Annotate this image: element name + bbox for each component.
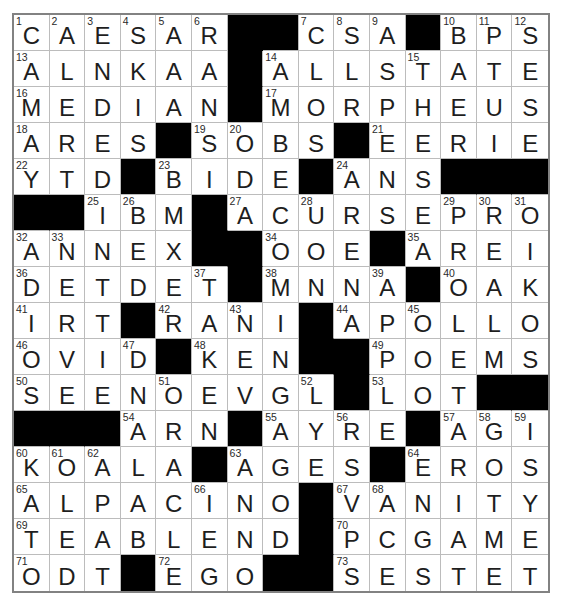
- cell-letter: S: [512, 456, 548, 480]
- grid-cell[interactable]: E: [121, 231, 157, 267]
- grid-cell[interactable]: S: [370, 195, 406, 231]
- grid-cell[interactable]: 25I: [85, 195, 121, 231]
- black-cell: [121, 159, 157, 195]
- grid-cell[interactable]: T: [441, 375, 477, 411]
- black-cell: [299, 303, 335, 339]
- grid-cell[interactable]: R: [50, 303, 86, 339]
- grid-cell[interactable]: 34O: [263, 231, 299, 267]
- grid-cell[interactable]: S: [406, 159, 442, 195]
- cell-letter: M: [477, 528, 512, 552]
- black-cell: [441, 159, 477, 195]
- black-cell: [334, 375, 370, 411]
- grid-cell[interactable]: E: [512, 123, 548, 159]
- clue-number: 68: [372, 484, 384, 496]
- grid-cell[interactable]: S: [512, 87, 548, 123]
- grid-cell[interactable]: 33N: [50, 231, 86, 267]
- cell-letter: D: [228, 168, 263, 192]
- grid-cell[interactable]: N: [228, 483, 264, 519]
- cell-letter: D: [263, 528, 298, 552]
- grid-cell[interactable]: D: [121, 267, 157, 303]
- grid-cell[interactable]: 19S: [192, 123, 228, 159]
- grid-cell[interactable]: 29P: [441, 195, 477, 231]
- grid-cell[interactable]: A: [477, 267, 513, 303]
- grid-cell[interactable]: 41I: [14, 303, 50, 339]
- grid-cell[interactable]: 63A: [228, 447, 264, 483]
- clue-number: 70: [336, 520, 348, 532]
- grid-cell[interactable]: L: [156, 519, 192, 555]
- grid-cell[interactable]: A: [156, 87, 192, 123]
- grid-cell[interactable]: E: [512, 51, 548, 87]
- clue-number: 21: [372, 124, 384, 136]
- cell-letter: O: [441, 276, 476, 300]
- grid-cell[interactable]: N: [85, 231, 121, 267]
- grid-cell[interactable]: D: [228, 159, 264, 195]
- cell-letter: D: [85, 96, 120, 120]
- clue-number: 39: [372, 268, 384, 280]
- grid-cell[interactable]: 36D: [14, 267, 50, 303]
- grid-cell[interactable]: 65A: [14, 483, 50, 519]
- grid-cell[interactable]: 7C: [299, 15, 335, 51]
- grid-cell[interactable]: A: [156, 51, 192, 87]
- grid-cell[interactable]: 30R: [477, 195, 513, 231]
- grid-cell[interactable]: E: [441, 339, 477, 375]
- grid-cell[interactable]: E: [50, 87, 86, 123]
- cell-letter: I: [85, 348, 120, 372]
- clue-number: 12: [514, 16, 526, 28]
- grid-cell[interactable]: O: [477, 447, 513, 483]
- grid-cell[interactable]: E: [370, 411, 406, 447]
- clue-number: 65: [16, 484, 28, 496]
- cell-letter: N: [85, 60, 120, 84]
- grid-cell[interactable]: N: [334, 267, 370, 303]
- grid-cell[interactable]: 38M: [263, 267, 299, 303]
- grid-cell[interactable]: E: [156, 267, 192, 303]
- grid-cell[interactable]: Y: [512, 483, 548, 519]
- clue-number: 37: [194, 268, 206, 280]
- grid-cell[interactable]: R: [50, 123, 86, 159]
- cell-letter: T: [50, 168, 85, 192]
- cell-letter: A: [156, 96, 191, 120]
- grid-cell[interactable]: M: [477, 519, 513, 555]
- grid-cell[interactable]: E: [299, 447, 335, 483]
- cell-letter: L: [299, 60, 334, 84]
- grid-cell[interactable]: B: [121, 519, 157, 555]
- cell-letter: R: [441, 456, 476, 480]
- cell-letter: R: [156, 312, 191, 336]
- grid-cell[interactable]: C: [370, 519, 406, 555]
- grid-cell[interactable]: A: [121, 483, 157, 519]
- grid-cell[interactable]: 64E: [406, 447, 442, 483]
- cell-letter: Y: [14, 168, 49, 192]
- grid-cell[interactable]: 53L: [370, 375, 406, 411]
- grid-cell[interactable]: E: [334, 231, 370, 267]
- grid-cell[interactable]: 47D: [121, 339, 157, 375]
- grid-cell[interactable]: L: [50, 483, 86, 519]
- clue-number: 49: [372, 340, 384, 352]
- grid-cell[interactable]: I: [441, 483, 477, 519]
- grid-cell[interactable]: 32A: [14, 231, 50, 267]
- grid-cell[interactable]: 51O: [156, 375, 192, 411]
- grid-cell[interactable]: 31O: [512, 195, 548, 231]
- cell-letter: A: [228, 204, 263, 228]
- grid-cell[interactable]: I: [477, 123, 513, 159]
- grid-cell[interactable]: A: [441, 51, 477, 87]
- grid-cell[interactable]: D: [85, 87, 121, 123]
- grid-cell[interactable]: T: [85, 303, 121, 339]
- cell-letter: B: [121, 204, 156, 228]
- clue-number: 53: [372, 376, 384, 388]
- black-cell: [512, 159, 548, 195]
- grid-cell[interactable]: G: [192, 555, 228, 591]
- grid-cell[interactable]: E: [477, 555, 513, 591]
- grid-cell[interactable]: 71O: [14, 555, 50, 591]
- cell-letter: P: [370, 348, 405, 372]
- grid-cell[interactable]: S: [370, 51, 406, 87]
- grid-cell[interactable]: L: [477, 303, 513, 339]
- grid-cell[interactable]: I: [192, 159, 228, 195]
- grid-cell[interactable]: 55A: [263, 411, 299, 447]
- cell-letter: R: [334, 96, 369, 120]
- grid-cell[interactable]: N: [299, 267, 335, 303]
- cell-letter: A: [121, 420, 156, 444]
- grid-cell[interactable]: R: [334, 195, 370, 231]
- grid-cell[interactable]: R: [334, 87, 370, 123]
- grid-cell[interactable]: 14A: [263, 51, 299, 87]
- cell-letter: T: [192, 276, 227, 300]
- grid-cell[interactable]: 8S: [334, 15, 370, 51]
- grid-cell[interactable]: E: [406, 123, 442, 159]
- grid-cell[interactable]: E: [192, 375, 228, 411]
- grid-cell[interactable]: I: [121, 87, 157, 123]
- grid-cell[interactable]: N: [85, 51, 121, 87]
- grid-cell[interactable]: O: [228, 555, 264, 591]
- clue-number: 14: [265, 52, 277, 64]
- grid-cell[interactable]: L: [334, 51, 370, 87]
- grid-cell[interactable]: 40O: [441, 267, 477, 303]
- grid-cell[interactable]: T: [512, 555, 548, 591]
- cell-letter: E: [477, 240, 512, 264]
- grid-cell[interactable]: O: [263, 483, 299, 519]
- cell-letter: G: [406, 528, 441, 552]
- grid-cell[interactable]: 48K: [192, 339, 228, 375]
- grid-cell[interactable]: 21E: [370, 123, 406, 159]
- clue-number: 20: [230, 124, 242, 136]
- grid-cell[interactable]: 2A: [50, 15, 86, 51]
- cell-letter: A: [334, 168, 369, 192]
- cell-letter: N: [406, 492, 441, 516]
- grid-cell[interactable]: 4S: [121, 15, 157, 51]
- grid-cell[interactable]: A: [192, 51, 228, 87]
- grid-cell[interactable]: E: [85, 375, 121, 411]
- grid-cell[interactable]: 13A: [14, 51, 50, 87]
- grid-cell[interactable]: R: [156, 411, 192, 447]
- clue-number: 6: [194, 16, 200, 28]
- grid-cell[interactable]: 54A: [121, 411, 157, 447]
- clue-number: 61: [52, 448, 64, 460]
- grid-cell[interactable]: E: [85, 123, 121, 159]
- grid-cell[interactable]: T: [50, 159, 86, 195]
- cell-letter: E: [50, 528, 85, 552]
- grid-cell[interactable]: A: [156, 447, 192, 483]
- grid-cell[interactable]: E: [228, 339, 264, 375]
- grid-cell[interactable]: 37T: [192, 267, 228, 303]
- cell-letter: A: [85, 528, 120, 552]
- grid-cell[interactable]: T: [477, 51, 513, 87]
- grid-cell[interactable]: A: [85, 519, 121, 555]
- grid-cell[interactable]: S: [512, 339, 548, 375]
- grid-cell[interactable]: N: [192, 411, 228, 447]
- grid-cell[interactable]: 68A: [370, 483, 406, 519]
- grid-cell[interactable]: N: [121, 375, 157, 411]
- grid-cell[interactable]: A: [441, 519, 477, 555]
- clue-number: 31: [514, 196, 526, 208]
- grid-cell[interactable]: 45O: [406, 303, 442, 339]
- clue-number: 57: [443, 412, 455, 424]
- cell-letter: I: [441, 492, 476, 516]
- grid-cell[interactable]: 26B: [121, 195, 157, 231]
- grid-cell[interactable]: L: [299, 51, 335, 87]
- grid-cell[interactable]: 11P: [477, 15, 513, 51]
- grid-cell[interactable]: 69T: [14, 519, 50, 555]
- black-cell: [406, 15, 442, 51]
- grid-cell[interactable]: 22Y: [14, 159, 50, 195]
- grid-cell[interactable]: I: [263, 303, 299, 339]
- grid-cell[interactable]: 42R: [156, 303, 192, 339]
- grid-cell[interactable]: E: [192, 519, 228, 555]
- grid-cell[interactable]: 6R: [192, 15, 228, 51]
- grid-cell[interactable]: T: [441, 555, 477, 591]
- black-cell: [121, 303, 157, 339]
- grid-cell[interactable]: O: [299, 87, 335, 123]
- cell-letter: I: [192, 492, 227, 516]
- grid-cell[interactable]: G: [406, 519, 442, 555]
- cell-letter: E: [192, 528, 227, 552]
- clue-number: 17: [265, 88, 277, 100]
- grid-cell[interactable]: 10B: [441, 15, 477, 51]
- clue-number: 69: [16, 520, 28, 532]
- grid-cell[interactable]: 52L: [299, 375, 335, 411]
- grid-cell[interactable]: 73S: [334, 555, 370, 591]
- grid-cell[interactable]: M: [477, 339, 513, 375]
- grid-cell[interactable]: H: [406, 87, 442, 123]
- grid-cell[interactable]: T: [477, 483, 513, 519]
- grid-cell[interactable]: 35A: [406, 231, 442, 267]
- grid-cell[interactable]: 5A: [156, 15, 192, 51]
- grid-cell[interactable]: P: [370, 303, 406, 339]
- grid-cell[interactable]: B: [263, 123, 299, 159]
- grid-cell[interactable]: 72E: [156, 555, 192, 591]
- grid-cell[interactable]: N: [228, 519, 264, 555]
- grid-cell[interactable]: K: [121, 51, 157, 87]
- cell-letter: E: [370, 565, 405, 589]
- grid-cell[interactable]: 59I: [512, 411, 548, 447]
- grid-cell[interactable]: V: [228, 375, 264, 411]
- cell-letter: E: [370, 132, 405, 156]
- cell-letter: I: [263, 312, 298, 336]
- grid-cell[interactable]: 1C: [14, 15, 50, 51]
- grid-cell[interactable]: N: [370, 159, 406, 195]
- grid-cell[interactable]: S: [121, 123, 157, 159]
- grid-cell[interactable]: P: [85, 483, 121, 519]
- cell-letter: O: [406, 384, 441, 408]
- grid-cell[interactable]: I: [85, 339, 121, 375]
- cell-letter: U: [299, 204, 334, 228]
- clue-number: 46: [16, 340, 28, 352]
- grid-cell[interactable]: 44A: [334, 303, 370, 339]
- grid-cell[interactable]: E: [263, 159, 299, 195]
- cell-letter: M: [14, 96, 49, 120]
- grid-cell[interactable]: D: [85, 159, 121, 195]
- black-cell: [156, 123, 192, 159]
- grid-cell[interactable]: 39A: [370, 267, 406, 303]
- grid-cell[interactable]: E: [477, 231, 513, 267]
- grid-cell[interactable]: S: [334, 447, 370, 483]
- grid-cell[interactable]: O: [299, 231, 335, 267]
- cell-letter: E: [228, 348, 263, 372]
- cell-letter: L: [441, 312, 476, 336]
- clue-number: 24: [336, 160, 348, 172]
- grid-cell[interactable]: E: [441, 87, 477, 123]
- grid-cell[interactable]: E: [406, 195, 442, 231]
- grid-cell[interactable]: N: [192, 87, 228, 123]
- cell-letter: R: [334, 420, 369, 444]
- grid-cell[interactable]: A: [192, 303, 228, 339]
- black-cell: [334, 123, 370, 159]
- cell-letter: A: [263, 60, 298, 84]
- clue-number: 2: [52, 16, 58, 28]
- cell-letter: S: [370, 60, 405, 84]
- cell-letter: G: [263, 384, 298, 408]
- grid-cell[interactable]: V: [50, 339, 86, 375]
- cell-letter: L: [50, 60, 85, 84]
- grid-cell[interactable]: 60K: [14, 447, 50, 483]
- grid-cell[interactable]: 17M: [263, 87, 299, 123]
- cell-letter: E: [477, 565, 512, 589]
- cell-letter: E: [50, 96, 85, 120]
- clue-number: 10: [443, 16, 455, 28]
- grid-cell[interactable]: G: [263, 375, 299, 411]
- grid-cell[interactable]: E: [50, 375, 86, 411]
- grid-cell[interactable]: D: [50, 555, 86, 591]
- grid-cell[interactable]: 50S: [14, 375, 50, 411]
- grid-cell[interactable]: D: [263, 519, 299, 555]
- grid-cell[interactable]: 43N: [228, 303, 264, 339]
- grid-cell[interactable]: L: [121, 447, 157, 483]
- grid-cell[interactable]: 57A: [441, 411, 477, 447]
- cell-letter: K: [121, 60, 156, 84]
- grid-cell[interactable]: L: [441, 303, 477, 339]
- grid-cell[interactable]: 67V: [334, 483, 370, 519]
- grid-cell[interactable]: E: [50, 519, 86, 555]
- grid-cell[interactable]: T: [85, 267, 121, 303]
- grid-cell[interactable]: 18A: [14, 123, 50, 159]
- grid-cell[interactable]: E: [370, 555, 406, 591]
- clue-number: 66: [194, 484, 206, 496]
- grid-cell[interactable]: N: [263, 339, 299, 375]
- grid-cell[interactable]: L: [50, 51, 86, 87]
- grid-cell[interactable]: O: [406, 339, 442, 375]
- grid-cell[interactable]: 15T: [406, 51, 442, 87]
- cell-letter: N: [50, 240, 85, 264]
- cell-letter: T: [512, 565, 548, 589]
- grid-cell[interactable]: 16M: [14, 87, 50, 123]
- cell-letter: D: [121, 348, 156, 372]
- grid-cell[interactable]: 70P: [334, 519, 370, 555]
- grid-cell[interactable]: 23B: [156, 159, 192, 195]
- grid-cell[interactable]: K: [512, 267, 548, 303]
- grid-cell[interactable]: Y: [299, 411, 335, 447]
- grid-cell[interactable]: N: [406, 483, 442, 519]
- grid-cell[interactable]: 3E: [85, 15, 121, 51]
- grid-cell[interactable]: S: [299, 123, 335, 159]
- cell-letter: A: [370, 492, 405, 516]
- grid-cell[interactable]: 27A: [228, 195, 264, 231]
- grid-cell[interactable]: C: [156, 483, 192, 519]
- clue-number: 13: [16, 52, 28, 64]
- cell-letter: S: [299, 132, 334, 156]
- cell-letter: O: [156, 384, 191, 408]
- grid-cell[interactable]: G: [263, 447, 299, 483]
- black-cell: [228, 411, 264, 447]
- cell-letter: O: [228, 132, 263, 156]
- grid-cell[interactable]: 61O: [50, 447, 86, 483]
- grid-cell[interactable]: 49P: [370, 339, 406, 375]
- grid-cell[interactable]: O: [406, 375, 442, 411]
- grid-cell[interactable]: R: [441, 447, 477, 483]
- grid-cell[interactable]: 58G: [477, 411, 513, 447]
- grid-cell[interactable]: E: [512, 519, 548, 555]
- grid-cell[interactable]: 9A: [370, 15, 406, 51]
- grid-cell[interactable]: U: [477, 87, 513, 123]
- black-cell: [299, 339, 335, 375]
- cell-letter: A: [441, 420, 476, 444]
- cell-letter: A: [14, 60, 49, 84]
- cell-letter: E: [406, 456, 441, 480]
- black-cell: [156, 339, 192, 375]
- grid-cell[interactable]: 12S: [512, 15, 548, 51]
- cell-letter: N: [334, 276, 369, 300]
- grid-cell[interactable]: E: [50, 267, 86, 303]
- grid-cell[interactable]: R: [441, 123, 477, 159]
- cell-letter: T: [477, 492, 512, 516]
- grid-cell[interactable]: C: [263, 195, 299, 231]
- grid-cell[interactable]: 20O: [228, 123, 264, 159]
- grid-cell[interactable]: I: [512, 231, 548, 267]
- grid-cell[interactable]: 24A: [334, 159, 370, 195]
- grid-cell[interactable]: 46O: [14, 339, 50, 375]
- grid-cell[interactable]: S: [406, 555, 442, 591]
- grid-cell[interactable]: T: [85, 555, 121, 591]
- black-cell: [85, 411, 121, 447]
- grid-cell[interactable]: 56R: [334, 411, 370, 447]
- grid-cell[interactable]: R: [441, 231, 477, 267]
- grid-cell[interactable]: X: [156, 231, 192, 267]
- grid-cell[interactable]: M: [156, 195, 192, 231]
- cell-letter: N: [228, 312, 263, 336]
- grid-cell[interactable]: O: [512, 303, 548, 339]
- grid-cell[interactable]: 62A: [85, 447, 121, 483]
- grid-cell[interactable]: 66I: [192, 483, 228, 519]
- clue-number: 50: [16, 376, 28, 388]
- black-cell: [370, 231, 406, 267]
- grid-cell[interactable]: 28U: [299, 195, 335, 231]
- cell-letter: N: [121, 384, 156, 408]
- grid-cell[interactable]: P: [370, 87, 406, 123]
- grid-cell[interactable]: S: [512, 447, 548, 483]
- cell-letter: S: [192, 132, 227, 156]
- cell-letter: N: [370, 168, 405, 192]
- cell-letter: C: [299, 24, 334, 48]
